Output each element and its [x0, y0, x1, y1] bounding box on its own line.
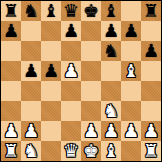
black-pawn[interactable]: ♟ — [3, 21, 19, 41]
square-d4[interactable] — [61, 81, 81, 101]
square-c6[interactable] — [41, 41, 61, 61]
square-f8[interactable]: ♝ — [101, 1, 121, 21]
white-bishop[interactable]: ♝ — [103, 141, 119, 161]
square-h2[interactable]: ♟ — [141, 121, 161, 141]
square-g2[interactable]: ♟ — [121, 121, 141, 141]
square-c2[interactable] — [41, 121, 61, 141]
square-h1[interactable]: ♜ — [141, 141, 161, 161]
square-e7[interactable] — [81, 21, 101, 41]
square-a6[interactable] — [1, 41, 21, 61]
square-d1[interactable]: ♛ — [61, 141, 81, 161]
square-e3[interactable] — [81, 101, 101, 121]
black-pawn[interactable]: ♟ — [123, 21, 139, 41]
square-c1[interactable] — [41, 141, 61, 161]
square-a5[interactable] — [1, 61, 21, 81]
black-knight[interactable]: ♞ — [23, 1, 39, 21]
square-d8[interactable]: ♛ — [61, 1, 81, 21]
white-knight[interactable]: ♞ — [103, 101, 119, 121]
square-c4[interactable] — [41, 81, 61, 101]
black-rook[interactable]: ♜ — [143, 1, 159, 21]
square-b4[interactable] — [21, 81, 41, 101]
square-c7[interactable] — [41, 21, 61, 41]
square-b7[interactable] — [21, 21, 41, 41]
white-rook[interactable]: ♜ — [143, 141, 159, 161]
black-king[interactable]: ♚ — [83, 1, 99, 21]
black-pawn[interactable]: ♟ — [43, 61, 59, 81]
square-e5[interactable] — [81, 61, 101, 81]
square-g8[interactable] — [121, 1, 141, 21]
square-d2[interactable] — [61, 121, 81, 141]
square-d3[interactable] — [61, 101, 81, 121]
square-g4[interactable] — [121, 81, 141, 101]
square-e4[interactable] — [81, 81, 101, 101]
square-h4[interactable] — [141, 81, 161, 101]
square-f1[interactable]: ♝ — [101, 141, 121, 161]
square-g3[interactable] — [121, 101, 141, 121]
square-d7[interactable]: ♟ — [61, 21, 81, 41]
square-e6[interactable] — [81, 41, 101, 61]
square-b5[interactable]: ♟ — [21, 61, 41, 81]
black-pawn[interactable]: ♟ — [23, 61, 39, 81]
white-knight[interactable]: ♞ — [23, 141, 39, 161]
square-d6[interactable] — [61, 41, 81, 61]
square-f2[interactable]: ♟ — [101, 121, 121, 141]
square-h5[interactable] — [141, 61, 161, 81]
square-e2[interactable]: ♟ — [81, 121, 101, 141]
square-a1[interactable]: ♜ — [1, 141, 21, 161]
white-rook[interactable]: ♜ — [3, 141, 19, 161]
square-f7[interactable]: ♟ — [101, 21, 121, 41]
square-c3[interactable] — [41, 101, 61, 121]
square-b2[interactable]: ♟ — [21, 121, 41, 141]
square-e1[interactable]: ♚ — [81, 141, 101, 161]
white-bishop[interactable]: ♝ — [123, 61, 139, 81]
square-h7[interactable] — [141, 21, 161, 41]
white-pawn[interactable]: ♟ — [3, 121, 19, 141]
square-c5[interactable]: ♟ — [41, 61, 61, 81]
square-g5[interactable]: ♝ — [121, 61, 141, 81]
square-h6[interactable]: ♟ — [141, 41, 161, 61]
black-rook[interactable]: ♜ — [3, 1, 19, 21]
white-pawn[interactable]: ♟ — [103, 121, 119, 141]
square-g1[interactable] — [121, 141, 141, 161]
square-a2[interactable]: ♟ — [1, 121, 21, 141]
white-pawn[interactable]: ♟ — [83, 121, 99, 141]
square-b6[interactable] — [21, 41, 41, 61]
white-queen[interactable]: ♛ — [63, 141, 79, 161]
square-a7[interactable]: ♟ — [1, 21, 21, 41]
square-c8[interactable]: ♝ — [41, 1, 61, 21]
black-knight[interactable]: ♞ — [103, 41, 119, 61]
black-pawn[interactable]: ♟ — [103, 21, 119, 41]
black-bishop[interactable]: ♝ — [103, 1, 119, 21]
black-pawn[interactable]: ♟ — [63, 21, 79, 41]
square-b3[interactable] — [21, 101, 41, 121]
square-a4[interactable] — [1, 81, 21, 101]
white-king[interactable]: ♚ — [83, 141, 99, 161]
square-a8[interactable]: ♜ — [1, 1, 21, 21]
black-pawn[interactable]: ♟ — [143, 41, 159, 61]
square-g7[interactable]: ♟ — [121, 21, 141, 41]
square-g6[interactable] — [121, 41, 141, 61]
white-pawn[interactable]: ♟ — [143, 121, 159, 141]
square-h3[interactable] — [141, 101, 161, 121]
square-b1[interactable]: ♞ — [21, 141, 41, 161]
square-f3[interactable]: ♞ — [101, 101, 121, 121]
white-pawn[interactable]: ♟ — [23, 121, 39, 141]
black-queen[interactable]: ♛ — [63, 1, 79, 21]
white-pawn[interactable]: ♟ — [123, 121, 139, 141]
square-a3[interactable] — [1, 101, 21, 121]
square-d5[interactable]: ♟ — [61, 61, 81, 81]
square-f5[interactable] — [101, 61, 121, 81]
square-f6[interactable]: ♞ — [101, 41, 121, 61]
square-h8[interactable]: ♜ — [141, 1, 161, 21]
square-b8[interactable]: ♞ — [21, 1, 41, 21]
chess-board-frame: ♜♞♝♛♚♝♜♟♟♟♟♞♟♟♟♟♝♞♟♟♟♟♟♟♜♞♛♚♝♜ — [0, 0, 162, 162]
square-f4[interactable] — [101, 81, 121, 101]
white-pawn[interactable]: ♟ — [63, 61, 79, 81]
chess-board: ♜♞♝♛♚♝♜♟♟♟♟♞♟♟♟♟♝♞♟♟♟♟♟♟♜♞♛♚♝♜ — [1, 1, 161, 161]
black-bishop[interactable]: ♝ — [43, 1, 59, 21]
square-e8[interactable]: ♚ — [81, 1, 101, 21]
